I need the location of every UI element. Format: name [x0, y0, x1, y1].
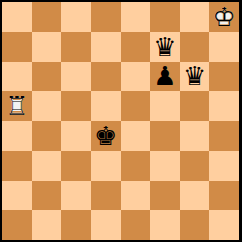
square-f6[interactable]: ♟ [150, 62, 180, 92]
square-b5[interactable] [32, 91, 62, 121]
square-c6[interactable] [61, 62, 91, 92]
square-c8[interactable] [61, 2, 91, 32]
square-g8[interactable] [180, 2, 210, 32]
square-g5[interactable] [180, 91, 210, 121]
square-e5[interactable] [121, 91, 151, 121]
square-h5[interactable] [209, 91, 239, 121]
square-e3[interactable] [121, 151, 151, 181]
black-king[interactable]: ♚ [94, 123, 117, 149]
square-b2[interactable] [32, 181, 62, 211]
white-rook[interactable]: ♜♖ [5, 93, 28, 119]
square-d1[interactable] [91, 210, 121, 240]
square-b3[interactable] [32, 151, 62, 181]
square-d3[interactable] [91, 151, 121, 181]
square-e8[interactable] [121, 2, 151, 32]
square-h4[interactable] [209, 121, 239, 151]
square-b1[interactable] [32, 210, 62, 240]
square-f8[interactable] [150, 2, 180, 32]
square-e6[interactable] [121, 62, 151, 92]
white-rook-outline-glyph: ♖ [5, 93, 28, 119]
square-b8[interactable] [32, 2, 62, 32]
square-h6[interactable] [209, 62, 239, 92]
square-e7[interactable] [121, 32, 151, 62]
square-d8[interactable] [91, 2, 121, 32]
square-f4[interactable] [150, 121, 180, 151]
square-a1[interactable] [2, 210, 32, 240]
square-g4[interactable] [180, 121, 210, 151]
square-f3[interactable] [150, 151, 180, 181]
square-b7[interactable] [32, 32, 62, 62]
square-a7[interactable] [2, 32, 32, 62]
square-e2[interactable] [121, 181, 151, 211]
square-h2[interactable] [209, 181, 239, 211]
square-a3[interactable] [2, 151, 32, 181]
square-c5[interactable] [61, 91, 91, 121]
square-e4[interactable] [121, 121, 151, 151]
black-queen[interactable]: ♛ [183, 63, 206, 89]
square-a6[interactable] [2, 62, 32, 92]
black-pawn[interactable]: ♟ [153, 63, 176, 89]
square-h3[interactable] [209, 151, 239, 181]
square-g1[interactable] [180, 210, 210, 240]
square-b4[interactable] [32, 121, 62, 151]
square-d6[interactable] [91, 62, 121, 92]
square-f7[interactable]: ♛ [150, 32, 180, 62]
square-d5[interactable] [91, 91, 121, 121]
square-g3[interactable] [180, 151, 210, 181]
square-h1[interactable] [209, 210, 239, 240]
square-a2[interactable] [2, 181, 32, 211]
square-f5[interactable] [150, 91, 180, 121]
square-d7[interactable] [91, 32, 121, 62]
square-g6[interactable]: ♛ [180, 62, 210, 92]
square-a5[interactable]: ♜♖ [2, 91, 32, 121]
square-d4[interactable]: ♚ [91, 121, 121, 151]
square-d2[interactable] [91, 181, 121, 211]
square-e1[interactable] [121, 210, 151, 240]
square-a8[interactable] [2, 2, 32, 32]
white-king-outline-glyph: ♔ [213, 4, 236, 30]
chess-board: ♚♔♛♟♛♜♖♚ [2, 2, 239, 240]
white-king[interactable]: ♚♔ [213, 4, 236, 30]
square-c3[interactable] [61, 151, 91, 181]
square-g7[interactable] [180, 32, 210, 62]
square-c4[interactable] [61, 121, 91, 151]
square-a4[interactable] [2, 121, 32, 151]
black-queen[interactable]: ♛ [153, 34, 176, 60]
square-h8[interactable]: ♚♔ [209, 2, 239, 32]
square-c1[interactable] [61, 210, 91, 240]
square-f2[interactable] [150, 181, 180, 211]
square-c2[interactable] [61, 181, 91, 211]
chess-board-frame: ♚♔♛♟♛♜♖♚ [0, 0, 242, 242]
square-f1[interactable] [150, 210, 180, 240]
square-c7[interactable] [61, 32, 91, 62]
square-g2[interactable] [180, 181, 210, 211]
square-h7[interactable] [209, 32, 239, 62]
square-b6[interactable] [32, 62, 62, 92]
